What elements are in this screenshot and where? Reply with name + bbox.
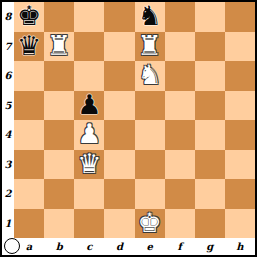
square-e5[interactable]: [135, 91, 165, 121]
square-d3[interactable]: [104, 150, 134, 180]
chess-board: ♚♞♛♜♜♞♟♟♛♚: [14, 2, 255, 238]
square-h5[interactable]: [225, 91, 255, 121]
black-pawn-c5[interactable]: ♟: [77, 91, 101, 118]
square-f7[interactable]: [165, 32, 195, 62]
square-e6[interactable]: ♞: [135, 61, 165, 91]
square-b2[interactable]: [44, 179, 74, 209]
square-e3[interactable]: [135, 150, 165, 180]
square-g4[interactable]: [195, 120, 225, 150]
square-c6[interactable]: [74, 61, 104, 91]
square-f3[interactable]: [165, 150, 195, 180]
rank-label-2: 2: [2, 179, 14, 209]
square-d1[interactable]: [104, 209, 134, 239]
file-label-e: e: [135, 238, 165, 255]
square-c3[interactable]: ♛: [74, 150, 104, 180]
black-knight-e8[interactable]: ♞: [137, 2, 161, 29]
file-label-d: d: [104, 238, 134, 255]
square-h6[interactable]: [225, 61, 255, 91]
square-f4[interactable]: [165, 120, 195, 150]
white-queen-c3[interactable]: ♛: [77, 150, 101, 177]
rank-label-5: 5: [2, 91, 14, 121]
square-g1[interactable]: [195, 209, 225, 239]
square-b3[interactable]: [44, 150, 74, 180]
white-to-move-indicator: [4, 238, 20, 254]
square-a5[interactable]: [14, 91, 44, 121]
square-c7[interactable]: [74, 32, 104, 62]
square-e8[interactable]: ♞: [135, 2, 165, 32]
square-d2[interactable]: [104, 179, 134, 209]
square-g5[interactable]: [195, 91, 225, 121]
square-d6[interactable]: [104, 61, 134, 91]
square-f6[interactable]: [165, 61, 195, 91]
rank-label-6: 6: [2, 61, 14, 91]
square-a2[interactable]: [14, 179, 44, 209]
square-b4[interactable]: [44, 120, 74, 150]
white-knight-e6[interactable]: ♞: [137, 61, 161, 88]
square-b1[interactable]: [44, 209, 74, 239]
square-b7[interactable]: ♜: [44, 32, 74, 62]
square-h4[interactable]: [225, 120, 255, 150]
white-rook-e7[interactable]: ♜: [137, 32, 161, 59]
white-pawn-c4[interactable]: ♟: [77, 120, 101, 147]
file-labels: abcdefgh: [14, 238, 255, 255]
chess-diagram: 87654321 ♚♞♛♜♜♞♟♟♛♚ abcdefgh: [0, 0, 257, 257]
rank-label-3: 3: [2, 150, 14, 180]
file-label-h: h: [225, 238, 255, 255]
square-h3[interactable]: [225, 150, 255, 180]
square-c8[interactable]: [74, 2, 104, 32]
square-d5[interactable]: [104, 91, 134, 121]
square-e7[interactable]: ♜: [135, 32, 165, 62]
square-g3[interactable]: [195, 150, 225, 180]
square-f2[interactable]: [165, 179, 195, 209]
square-a7[interactable]: ♛: [14, 32, 44, 62]
file-label-b: b: [44, 238, 74, 255]
file-label-f: f: [165, 238, 195, 255]
square-b6[interactable]: [44, 61, 74, 91]
square-e2[interactable]: [135, 179, 165, 209]
square-h8[interactable]: [225, 2, 255, 32]
square-h1[interactable]: [225, 209, 255, 239]
square-c1[interactable]: [74, 209, 104, 239]
square-b8[interactable]: [44, 2, 74, 32]
square-g2[interactable]: [195, 179, 225, 209]
square-g6[interactable]: [195, 61, 225, 91]
square-e4[interactable]: [135, 120, 165, 150]
file-label-g: g: [195, 238, 225, 255]
rank-label-8: 8: [2, 2, 14, 32]
rank-label-4: 4: [2, 120, 14, 150]
square-a1[interactable]: [14, 209, 44, 239]
square-a4[interactable]: [14, 120, 44, 150]
square-c4[interactable]: ♟: [74, 120, 104, 150]
square-h7[interactable]: [225, 32, 255, 62]
square-c2[interactable]: [74, 179, 104, 209]
white-rook-b7[interactable]: ♜: [47, 32, 71, 59]
black-king-a8[interactable]: ♚: [17, 2, 41, 29]
square-b5[interactable]: [44, 91, 74, 121]
square-d8[interactable]: [104, 2, 134, 32]
black-queen-a7[interactable]: ♛: [17, 32, 41, 59]
square-e1[interactable]: ♚: [135, 209, 165, 239]
white-king-e1[interactable]: ♚: [137, 209, 161, 236]
square-f5[interactable]: [165, 91, 195, 121]
square-a8[interactable]: ♚: [14, 2, 44, 32]
square-a6[interactable]: [14, 61, 44, 91]
square-g7[interactable]: [195, 32, 225, 62]
square-c5[interactable]: ♟: [74, 91, 104, 121]
square-h2[interactable]: [225, 179, 255, 209]
rank-label-1: 1: [2, 209, 14, 239]
square-g8[interactable]: [195, 2, 225, 32]
square-d7[interactable]: [104, 32, 134, 62]
square-d4[interactable]: [104, 120, 134, 150]
square-f8[interactable]: [165, 2, 195, 32]
square-a3[interactable]: [14, 150, 44, 180]
square-f1[interactable]: [165, 209, 195, 239]
file-label-c: c: [74, 238, 104, 255]
rank-labels: 87654321: [2, 2, 14, 238]
rank-label-7: 7: [2, 32, 14, 62]
